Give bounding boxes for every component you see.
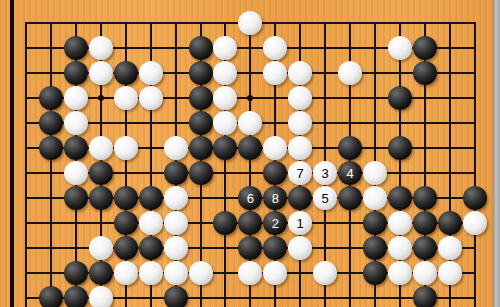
move-number-label: 2 — [272, 217, 279, 230]
black-stone[interactable] — [263, 236, 287, 260]
white-stone[interactable] — [288, 61, 312, 85]
black-stone[interactable] — [288, 186, 312, 210]
white-stone[interactable] — [363, 161, 387, 185]
white-stone[interactable] — [388, 261, 412, 285]
black-stone[interactable] — [388, 86, 412, 110]
black-stone[interactable] — [89, 161, 113, 185]
black-stone[interactable] — [64, 186, 88, 210]
black-stone[interactable] — [413, 186, 437, 210]
black-stone[interactable] — [189, 36, 213, 60]
black-stone[interactable] — [189, 86, 213, 110]
white-stone[interactable] — [89, 61, 113, 85]
black-stone[interactable] — [413, 286, 437, 307]
white-stone[interactable] — [114, 136, 138, 160]
move-number-label: 7 — [297, 167, 304, 180]
black-stone[interactable] — [338, 186, 362, 210]
white-stone[interactable] — [89, 36, 113, 60]
black-stone[interactable] — [114, 211, 138, 235]
white-stone[interactable] — [438, 236, 462, 260]
white-stone[interactable] — [238, 261, 262, 285]
white-stone[interactable] — [263, 261, 287, 285]
black-stone[interactable] — [413, 211, 437, 235]
white-stone[interactable] — [64, 161, 88, 185]
move-number-label: 6 — [247, 192, 254, 205]
black-stone[interactable] — [363, 236, 387, 260]
white-stone[interactable] — [213, 61, 237, 85]
white-stone[interactable] — [288, 136, 312, 160]
black-stone[interactable] — [89, 261, 113, 285]
move-5-stone[interactable]: 5 — [313, 186, 337, 210]
white-stone[interactable] — [164, 236, 188, 260]
grid-line-vertical — [50, 22, 52, 307]
move-number-label: 4 — [346, 167, 353, 180]
black-stone[interactable] — [438, 211, 462, 235]
move-number-label: 8 — [272, 192, 279, 205]
black-stone[interactable] — [363, 261, 387, 285]
black-stone[interactable] — [263, 161, 287, 185]
black-stone[interactable] — [39, 86, 63, 110]
black-stone[interactable] — [39, 136, 63, 160]
move-8-stone[interactable]: 8 — [263, 186, 287, 210]
white-stone[interactable] — [213, 86, 237, 110]
white-stone[interactable] — [238, 11, 262, 35]
white-stone[interactable] — [139, 211, 163, 235]
white-stone[interactable] — [388, 211, 412, 235]
black-stone[interactable] — [64, 286, 88, 307]
white-stone[interactable] — [139, 261, 163, 285]
white-stone[interactable] — [238, 111, 262, 135]
white-stone[interactable] — [263, 136, 287, 160]
white-stone[interactable] — [164, 136, 188, 160]
black-stone[interactable] — [139, 236, 163, 260]
white-stone[interactable] — [89, 236, 113, 260]
move-4-stone[interactable]: 4 — [338, 161, 362, 185]
move-3-stone[interactable]: 3 — [313, 161, 337, 185]
grid-line-vertical — [474, 22, 476, 307]
white-stone[interactable] — [64, 86, 88, 110]
hoshi-point — [98, 95, 104, 101]
move-number-label: 3 — [322, 167, 329, 180]
right-edge-strip — [493, 0, 500, 307]
black-stone[interactable] — [238, 211, 262, 235]
white-stone[interactable] — [139, 86, 163, 110]
white-stone[interactable] — [213, 111, 237, 135]
black-stone[interactable] — [189, 136, 213, 160]
white-stone[interactable] — [189, 261, 213, 285]
black-stone[interactable] — [213, 211, 237, 235]
black-stone[interactable] — [238, 136, 262, 160]
black-stone[interactable] — [64, 136, 88, 160]
white-stone[interactable] — [288, 236, 312, 260]
black-stone[interactable] — [39, 111, 63, 135]
white-stone[interactable] — [263, 61, 287, 85]
white-stone[interactable] — [164, 186, 188, 210]
black-stone[interactable] — [363, 211, 387, 235]
black-stone[interactable] — [114, 186, 138, 210]
white-stone[interactable] — [413, 261, 437, 285]
black-stone[interactable] — [189, 61, 213, 85]
black-stone[interactable] — [413, 36, 437, 60]
black-stone[interactable] — [189, 161, 213, 185]
black-stone[interactable] — [238, 236, 262, 260]
move-2-stone[interactable]: 2 — [263, 211, 287, 235]
white-stone[interactable] — [164, 211, 188, 235]
go-board-screenshot: 73468521 — [0, 0, 500, 307]
move-7-stone[interactable]: 7 — [288, 161, 312, 185]
black-stone[interactable] — [164, 286, 188, 307]
black-stone[interactable] — [114, 236, 138, 260]
white-stone[interactable] — [213, 36, 237, 60]
white-stone[interactable] — [164, 261, 188, 285]
white-stone[interactable] — [313, 261, 337, 285]
move-6-stone[interactable]: 6 — [238, 186, 262, 210]
white-stone[interactable] — [338, 61, 362, 85]
hoshi-point — [247, 95, 253, 101]
black-stone[interactable] — [213, 136, 237, 160]
white-stone[interactable] — [288, 86, 312, 110]
white-stone[interactable] — [438, 261, 462, 285]
move-1-stone[interactable]: 1 — [288, 211, 312, 235]
left-edge-strip — [10, 0, 14, 307]
black-stone[interactable] — [64, 261, 88, 285]
white-stone[interactable] — [388, 236, 412, 260]
white-stone[interactable] — [114, 86, 138, 110]
black-stone[interactable] — [413, 61, 437, 85]
black-stone[interactable] — [139, 186, 163, 210]
goban[interactable]: 73468521 — [0, 0, 500, 307]
black-stone[interactable] — [388, 136, 412, 160]
white-stone[interactable] — [388, 36, 412, 60]
black-stone[interactable] — [64, 36, 88, 60]
black-stone[interactable] — [189, 111, 213, 135]
black-stone[interactable] — [164, 161, 188, 185]
black-stone[interactable] — [338, 136, 362, 160]
black-stone[interactable] — [64, 61, 88, 85]
white-stone[interactable] — [263, 36, 287, 60]
black-stone[interactable] — [89, 186, 113, 210]
grid-line-vertical — [25, 22, 27, 307]
white-stone[interactable] — [363, 186, 387, 210]
black-stone[interactable] — [413, 236, 437, 260]
white-stone[interactable] — [89, 286, 113, 307]
black-stone[interactable] — [114, 61, 138, 85]
white-stone[interactable] — [288, 111, 312, 135]
move-number-label: 5 — [322, 192, 329, 205]
white-stone[interactable] — [89, 136, 113, 160]
white-stone[interactable] — [463, 211, 487, 235]
white-stone[interactable] — [139, 61, 163, 85]
black-stone[interactable] — [463, 186, 487, 210]
white-stone[interactable] — [114, 261, 138, 285]
move-number-label: 1 — [297, 217, 304, 230]
black-stone[interactable] — [39, 286, 63, 307]
black-stone[interactable] — [388, 186, 412, 210]
white-stone[interactable] — [64, 111, 88, 135]
